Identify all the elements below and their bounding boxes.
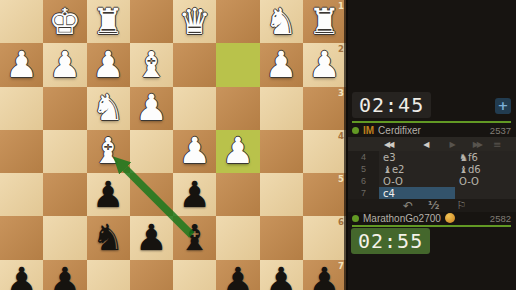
square-d5[interactable]: ♟ [173, 173, 216, 216]
move-black-5[interactable]: ♝d6 [455, 163, 516, 175]
piece-wQ-d1[interactable]: ♛ [173, 0, 216, 43]
square-d3[interactable] [173, 87, 216, 130]
square-b6[interactable] [260, 216, 303, 259]
go-first-button[interactable]: ◀◀ [384, 140, 392, 149]
rank-coord-3: 3 [338, 88, 344, 98]
square-g4[interactable] [43, 130, 86, 173]
menu-icon[interactable]: ≡ [493, 139, 501, 150]
square-d1[interactable]: ♛ [173, 0, 216, 43]
square-b1[interactable]: ♞ [260, 0, 303, 43]
square-e3[interactable]: ♟ [130, 87, 173, 130]
piece-bB-d6[interactable]: ♝ [173, 216, 216, 259]
square-c2[interactable] [216, 43, 259, 86]
square-d4[interactable]: ♟ [173, 130, 216, 173]
square-e5[interactable] [130, 173, 173, 216]
move-row-6: 6O-OO-O [348, 175, 516, 187]
piece-wP-g2[interactable]: ♟ [43, 43, 86, 86]
go-next-button[interactable]: ▶ [449, 140, 455, 149]
square-c4[interactable]: ♟ [216, 130, 259, 173]
square-b5[interactable] [260, 173, 303, 216]
offer-draw-icon[interactable]: ½ [428, 199, 439, 212]
player-title: IM [363, 125, 374, 136]
piece-bN-f6[interactable]: ♞ [87, 216, 130, 259]
player-flair-icon [445, 213, 455, 223]
square-e7[interactable] [130, 260, 173, 290]
square-g1[interactable]: ♚ [43, 0, 86, 43]
piece-wP-c4[interactable]: ♟ [216, 130, 259, 173]
player-rating: 2582 [490, 213, 511, 224]
piece-wB-f4[interactable]: ♝ [87, 130, 130, 173]
piece-bP-g7[interactable]: ♟ [43, 260, 86, 290]
rank-coord-5: 5 [338, 174, 344, 184]
piece-wP-e3[interactable]: ♟ [130, 87, 173, 130]
piece-wP-b2[interactable]: ♟ [260, 43, 303, 86]
square-b7[interactable]: ♟ [260, 260, 303, 290]
move-white-7[interactable]: c4 [379, 187, 455, 199]
separator-line-top [352, 121, 511, 123]
go-last-button[interactable]: ▶▶ [473, 140, 481, 149]
square-e6[interactable]: ♟ [130, 216, 173, 259]
square-e2[interactable]: ♝ [130, 43, 173, 86]
player-row: MarathonGo2700 2582 [352, 212, 511, 224]
piece-bP-b7[interactable]: ♟ [260, 260, 303, 290]
piece-wN-b1[interactable]: ♞ [260, 0, 303, 43]
player-name-link[interactable]: MarathonGo2700 [363, 213, 441, 224]
game-actions-bar: ↶ ½ ⚐ [348, 199, 516, 212]
square-g5[interactable] [43, 173, 86, 216]
move-number: 4 [348, 151, 379, 163]
square-c5[interactable] [216, 173, 259, 216]
square-c1[interactable] [216, 0, 259, 43]
rank-coord-1: 1 [338, 1, 344, 11]
game-sidebar: 02:45 + IM Cerdifixer 2537 ◀◀ ◀ ▶ ▶▶ ≡ 4… [348, 0, 516, 290]
piece-bP-e6[interactable]: ♟ [130, 216, 173, 259]
square-c7[interactable]: ♟ [216, 260, 259, 290]
move-number: 5 [348, 163, 379, 175]
move-row-4: 4e3♞f6 [348, 151, 516, 163]
square-g2[interactable]: ♟ [43, 43, 86, 86]
move-number: 7 [348, 187, 379, 199]
move-row-7: 7c4 [348, 187, 516, 199]
opponent-player-row: IM Cerdifixer 2537 [352, 124, 511, 136]
rank-coord-7: 7 [338, 261, 344, 271]
square-g6[interactable] [43, 216, 86, 259]
move-white-5[interactable]: ♝e2 [379, 163, 455, 175]
player-name-link[interactable]: Cerdifixer [378, 125, 421, 136]
square-f6[interactable]: ♞ [87, 216, 130, 259]
opponent-clock: 02:45 [352, 92, 431, 118]
piece-wN-f3[interactable]: ♞ [87, 87, 130, 130]
piece-wP-f2[interactable]: ♟ [87, 43, 130, 86]
square-f3[interactable]: ♞ [87, 87, 130, 130]
rank-coord-6: 6 [338, 217, 344, 227]
piece-wB-e2[interactable]: ♝ [130, 43, 173, 86]
piece-bP-h7[interactable]: ♟ [0, 260, 43, 290]
move-number: 6 [348, 175, 379, 187]
square-h3[interactable] [0, 87, 43, 130]
square-d6[interactable]: ♝ [173, 216, 216, 259]
square-f7[interactable] [87, 260, 130, 290]
resign-flag-icon[interactable]: ⚐ [456, 199, 466, 212]
square-b2[interactable]: ♟ [260, 43, 303, 86]
online-dot [352, 215, 359, 222]
rank-coord-2: 2 [338, 44, 344, 54]
separator-line-bottom [352, 225, 511, 227]
piece-bP-f5[interactable]: ♟ [87, 173, 130, 216]
piece-wK-g1[interactable]: ♚ [43, 0, 86, 43]
square-h2[interactable]: ♟ [0, 43, 43, 86]
move-black-7[interactable] [455, 187, 516, 199]
square-b3[interactable] [260, 87, 303, 130]
square-c3[interactable] [216, 87, 259, 130]
piece-wP-d4[interactable]: ♟ [173, 130, 216, 173]
player-clock-active: 02:55 [351, 228, 430, 254]
square-f5[interactable]: ♟ [87, 173, 130, 216]
square-g7[interactable]: ♟ [43, 260, 86, 290]
square-d7[interactable] [173, 260, 216, 290]
game-screen: ♚♜♛♞♜♟♟♟♝♟♟♞♟♝♟♟♟♟♞♟♝♟♟♟♟♟1234567 02:45 … [0, 0, 516, 290]
rank-coord-4: 4 [338, 131, 344, 141]
square-h1[interactable] [0, 0, 43, 43]
online-dot [352, 127, 359, 134]
move-black-6[interactable]: O-O [455, 175, 516, 187]
chess-board[interactable]: ♚♜♛♞♜♟♟♟♝♟♟♞♟♝♟♟♟♟♞♟♝♟♟♟♟♟1234567 [0, 0, 346, 290]
square-h4[interactable] [0, 130, 43, 173]
piece-bP-d5[interactable]: ♟ [173, 173, 216, 216]
give-time-button[interactable]: + [495, 98, 511, 114]
square-f1[interactable]: ♜ [87, 0, 130, 43]
square-c6[interactable] [216, 216, 259, 259]
player-rating: 2537 [490, 125, 511, 136]
square-d2[interactable] [173, 43, 216, 86]
move-controls-bar: ◀◀ ◀ ▶ ▶▶ ≡ [348, 137, 516, 151]
move-row-5: 5♝e2♝d6 [348, 163, 516, 175]
square-f2[interactable]: ♟ [87, 43, 130, 86]
square-e1[interactable] [130, 0, 173, 43]
move-white-6[interactable]: O-O [379, 175, 455, 187]
square-g3[interactable] [43, 87, 86, 130]
piece-bP-c7[interactable]: ♟ [216, 260, 259, 290]
square-e4[interactable] [130, 130, 173, 173]
move-list: 4e3♞f65♝e2♝d66O-OO-O7c4 [348, 151, 516, 199]
square-h6[interactable] [0, 216, 43, 259]
square-h5[interactable] [0, 173, 43, 216]
piece-wP-h2[interactable]: ♟ [0, 43, 43, 86]
piece-wR-f1[interactable]: ♜ [87, 0, 130, 43]
takeback-icon[interactable]: ↶ [403, 199, 413, 213]
square-b4[interactable] [260, 130, 303, 173]
move-black-4[interactable]: ♞f6 [455, 151, 516, 163]
square-h7[interactable]: ♟ [0, 260, 43, 290]
square-f4[interactable]: ♝ [87, 130, 130, 173]
go-previous-button[interactable]: ◀ [423, 140, 429, 149]
move-white-4[interactable]: e3 [379, 151, 455, 163]
